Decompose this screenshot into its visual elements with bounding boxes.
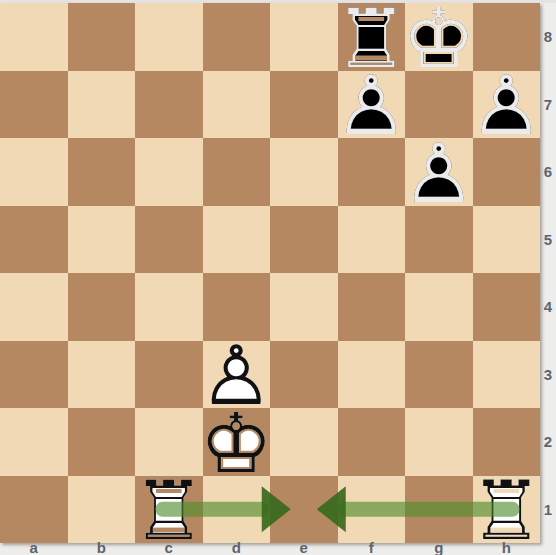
file-labels: abcdefgh bbox=[0, 541, 540, 555]
black-pawn-outline: ♙ bbox=[402, 133, 476, 215]
black-pawn-outline: ♙ bbox=[334, 66, 408, 148]
rank-labels: 87654321 bbox=[540, 3, 556, 543]
file-label-c: c bbox=[135, 541, 203, 555]
black-king-g8[interactable]: ♚♔ bbox=[405, 3, 473, 71]
rank-label-3: 3 bbox=[540, 341, 556, 409]
file-label-e: e bbox=[270, 541, 338, 555]
rank-label-8: 8 bbox=[540, 3, 556, 71]
white-rook-c1[interactable]: ♜♖ bbox=[135, 476, 203, 544]
file-label-a: a bbox=[0, 541, 68, 555]
black-king-outline: ♔ bbox=[402, 0, 476, 80]
rank-label-2: 2 bbox=[540, 408, 556, 476]
file-label-b: b bbox=[68, 541, 136, 555]
file-label-g: g bbox=[405, 541, 473, 555]
piece-layer: ♜♖♚♔♟♙♟♙♟♙♟♙♚♔♜♖♜♖ bbox=[0, 3, 540, 543]
black-pawn-g6[interactable]: ♟♙ bbox=[405, 138, 473, 206]
white-king-d2[interactable]: ♚♔ bbox=[203, 408, 271, 476]
white-rook-h1[interactable]: ♜♖ bbox=[473, 476, 541, 544]
rank-label-6: 6 bbox=[540, 138, 556, 206]
rank-label-5: 5 bbox=[540, 206, 556, 274]
file-label-h: h bbox=[473, 541, 541, 555]
chessboard-app: ♜♖♚♔♟♙♟♙♟♙♟♙♚♔♜♖♜♖ 87654321 abcdefgh bbox=[0, 0, 556, 555]
file-label-f: f bbox=[338, 541, 406, 555]
black-pawn-h7[interactable]: ♟♙ bbox=[473, 71, 541, 139]
file-label-d: d bbox=[203, 541, 271, 555]
white-king-outline: ♔ bbox=[199, 403, 273, 485]
rank-label-7: 7 bbox=[540, 71, 556, 139]
rank-label-1: 1 bbox=[540, 476, 556, 544]
black-pawn-f7[interactable]: ♟♙ bbox=[338, 71, 406, 139]
rank-label-4: 4 bbox=[540, 273, 556, 341]
black-pawn-outline: ♙ bbox=[469, 66, 543, 148]
